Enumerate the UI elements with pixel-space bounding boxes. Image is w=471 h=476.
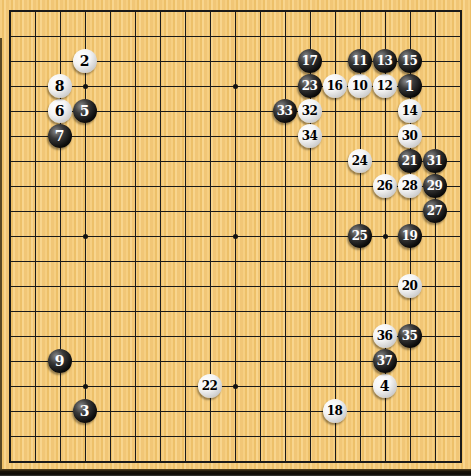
stone-white-10: 10 (348, 74, 372, 98)
stone-black-11: 11 (348, 49, 372, 73)
stone-white-34: 34 (298, 124, 322, 148)
stone-black-29: 29 (423, 174, 447, 198)
stone-white-22: 22 (198, 374, 222, 398)
go-board[interactable]: 1234567891011121314151617181920212223242… (0, 0, 471, 476)
stone-white-12: 12 (373, 74, 397, 98)
stone-black-37: 37 (373, 349, 397, 373)
stone-black-13: 13 (373, 49, 397, 73)
stone-black-25: 25 (348, 224, 372, 248)
stone-white-6: 6 (48, 99, 72, 123)
stone-black-17: 17 (298, 49, 322, 73)
stone-black-23: 23 (298, 74, 322, 98)
stone-white-14: 14 (398, 99, 422, 123)
stone-white-16: 16 (323, 74, 347, 98)
stone-white-2: 2 (73, 49, 97, 73)
stone-white-30: 30 (398, 124, 422, 148)
stone-white-24: 24 (348, 149, 372, 173)
stone-black-31: 31 (423, 149, 447, 173)
stone-white-36: 36 (373, 324, 397, 348)
stone-black-21: 21 (398, 149, 422, 173)
stone-black-5: 5 (73, 99, 97, 123)
board-edge-shadow-left (0, 38, 2, 469)
stone-black-33: 33 (273, 99, 297, 123)
stone-white-8: 8 (48, 74, 72, 98)
stone-white-32: 32 (298, 99, 322, 123)
stone-white-26: 26 (373, 174, 397, 198)
stone-black-19: 19 (398, 224, 422, 248)
stones-grid: 1234567891011121314151617181920212223242… (0, 0, 471, 473)
stone-white-20: 20 (398, 274, 422, 298)
stone-black-7: 7 (48, 124, 72, 148)
stone-white-28: 28 (398, 174, 422, 198)
stone-white-4: 4 (373, 374, 397, 398)
stone-black-1: 1 (398, 74, 422, 98)
stone-black-35: 35 (398, 324, 422, 348)
board-edge-shadow-bottom (0, 469, 471, 476)
stone-black-27: 27 (423, 199, 447, 223)
stone-black-9: 9 (48, 349, 72, 373)
stone-black-3: 3 (73, 399, 97, 423)
stone-white-18: 18 (323, 399, 347, 423)
stone-black-15: 15 (398, 49, 422, 73)
